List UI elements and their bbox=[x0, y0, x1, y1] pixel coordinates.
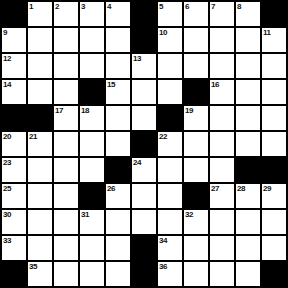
cell-r7c6[interactable] bbox=[158, 184, 182, 208]
cell-r9c2[interactable] bbox=[54, 236, 78, 260]
clue-number-23: 23 bbox=[3, 158, 11, 168]
cell-r5c7[interactable] bbox=[184, 132, 208, 156]
cell-r2c6[interactable] bbox=[158, 54, 182, 78]
cell-r3c8[interactable]: 16 bbox=[210, 80, 234, 104]
cell-r8c5[interactable] bbox=[132, 210, 156, 234]
cell-r9c7[interactable] bbox=[184, 236, 208, 260]
clue-number-3: 3 bbox=[81, 2, 85, 12]
block-r5c5 bbox=[132, 132, 156, 156]
clue-number-28: 28 bbox=[237, 184, 245, 194]
cell-r9c3[interactable] bbox=[80, 236, 104, 260]
cell-r3c1[interactable] bbox=[28, 80, 52, 104]
block-r9c5 bbox=[132, 236, 156, 260]
cell-r9c6[interactable]: 34 bbox=[158, 236, 182, 260]
cell-r8c3[interactable]: 31 bbox=[80, 210, 104, 234]
cell-r5c9[interactable] bbox=[236, 132, 260, 156]
cell-r5c4[interactable] bbox=[106, 132, 130, 156]
clue-number-9: 9 bbox=[3, 28, 7, 38]
cell-r9c8[interactable] bbox=[210, 236, 234, 260]
block-r0c10 bbox=[262, 2, 286, 26]
clue-number-26: 26 bbox=[107, 184, 115, 194]
block-r6c9 bbox=[236, 158, 260, 182]
cell-r4c4[interactable] bbox=[106, 106, 130, 130]
block-r3c3 bbox=[80, 80, 104, 104]
clue-number-32: 32 bbox=[185, 210, 193, 220]
cell-r0c6[interactable]: 5 bbox=[158, 2, 182, 26]
cell-r3c5[interactable] bbox=[132, 80, 156, 104]
cell-r0c2[interactable]: 2 bbox=[54, 2, 78, 26]
cell-r6c2[interactable] bbox=[54, 158, 78, 182]
block-r3c7 bbox=[184, 80, 208, 104]
clue-number-8: 8 bbox=[237, 2, 241, 12]
block-r6c4 bbox=[106, 158, 130, 182]
clue-number-11: 11 bbox=[263, 28, 270, 38]
block-r4c1 bbox=[28, 106, 52, 130]
crossword-board: 1234567891011121314151617181920212223242… bbox=[0, 0, 288, 288]
cell-r8c9[interactable] bbox=[236, 210, 260, 234]
cell-r7c4[interactable]: 26 bbox=[106, 184, 130, 208]
cell-r8c1[interactable] bbox=[28, 210, 52, 234]
cell-r2c2[interactable] bbox=[54, 54, 78, 78]
cell-r1c4[interactable] bbox=[106, 28, 130, 52]
block-r4c6 bbox=[158, 106, 182, 130]
cell-r6c8[interactable] bbox=[210, 158, 234, 182]
block-r4c0 bbox=[2, 106, 26, 130]
cell-r10c1[interactable]: 35 bbox=[28, 262, 52, 286]
cell-r5c1[interactable]: 21 bbox=[28, 132, 52, 156]
clue-number-31: 31 bbox=[81, 210, 89, 220]
clue-number-13: 13 bbox=[133, 54, 141, 64]
cell-r4c2[interactable]: 17 bbox=[54, 106, 78, 130]
cell-r10c9[interactable] bbox=[236, 262, 260, 286]
cell-r6c3[interactable] bbox=[80, 158, 104, 182]
clue-number-1: 1 bbox=[29, 2, 33, 12]
cell-r7c10[interactable]: 29 bbox=[262, 184, 286, 208]
cell-r2c4[interactable] bbox=[106, 54, 130, 78]
clue-number-36: 36 bbox=[159, 262, 167, 272]
clue-number-21: 21 bbox=[29, 132, 37, 142]
clue-number-2: 2 bbox=[55, 2, 59, 12]
block-r0c0 bbox=[2, 2, 26, 26]
cell-r9c9[interactable] bbox=[236, 236, 260, 260]
clue-number-20: 20 bbox=[3, 132, 11, 142]
cell-r5c0[interactable]: 20 bbox=[2, 132, 26, 156]
block-r10c5 bbox=[132, 262, 156, 286]
cell-r2c3[interactable] bbox=[80, 54, 104, 78]
cell-r7c2[interactable] bbox=[54, 184, 78, 208]
cell-r2c9[interactable] bbox=[236, 54, 260, 78]
cell-r4c3[interactable]: 18 bbox=[80, 106, 104, 130]
cell-r7c0[interactable]: 25 bbox=[2, 184, 26, 208]
cell-r1c9[interactable] bbox=[236, 28, 260, 52]
cell-r9c1[interactable] bbox=[28, 236, 52, 260]
cell-r3c10[interactable] bbox=[262, 80, 286, 104]
block-r10c10 bbox=[262, 262, 286, 286]
cell-r4c8[interactable] bbox=[210, 106, 234, 130]
cell-r0c8[interactable]: 7 bbox=[210, 2, 234, 26]
cell-r2c8[interactable] bbox=[210, 54, 234, 78]
cell-r0c9[interactable]: 8 bbox=[236, 2, 260, 26]
clue-number-5: 5 bbox=[159, 2, 163, 12]
clue-number-6: 6 bbox=[185, 2, 189, 12]
cell-r1c8[interactable] bbox=[210, 28, 234, 52]
clue-number-16: 16 bbox=[211, 80, 219, 90]
clue-number-25: 25 bbox=[3, 184, 11, 194]
cell-r3c9[interactable] bbox=[236, 80, 260, 104]
cell-r7c1[interactable] bbox=[28, 184, 52, 208]
clue-number-19: 19 bbox=[185, 106, 193, 116]
cell-r10c7[interactable] bbox=[184, 262, 208, 286]
clue-number-14: 14 bbox=[3, 80, 11, 90]
clue-number-33: 33 bbox=[3, 236, 11, 246]
cell-r1c2[interactable] bbox=[54, 28, 78, 52]
cell-r7c5[interactable] bbox=[132, 184, 156, 208]
cell-r2c10[interactable] bbox=[262, 54, 286, 78]
block-r7c7 bbox=[184, 184, 208, 208]
block-r0c5 bbox=[132, 2, 156, 26]
cell-r3c0[interactable]: 14 bbox=[2, 80, 26, 104]
cell-r4c10[interactable] bbox=[262, 106, 286, 130]
cell-r6c5[interactable]: 24 bbox=[132, 158, 156, 182]
cell-r2c5[interactable]: 13 bbox=[132, 54, 156, 78]
cell-r9c4[interactable] bbox=[106, 236, 130, 260]
clue-number-15: 15 bbox=[107, 80, 115, 90]
cell-r2c0[interactable]: 12 bbox=[2, 54, 26, 78]
cell-r2c1[interactable] bbox=[28, 54, 52, 78]
cell-r1c3[interactable] bbox=[80, 28, 104, 52]
cell-r5c2[interactable] bbox=[54, 132, 78, 156]
clue-number-24: 24 bbox=[133, 158, 141, 168]
cell-r5c8[interactable] bbox=[210, 132, 234, 156]
clue-number-27: 27 bbox=[211, 184, 219, 194]
clue-number-10: 10 bbox=[159, 28, 167, 38]
cell-r1c10[interactable]: 11 bbox=[262, 28, 286, 52]
block-r1c5 bbox=[132, 28, 156, 52]
cell-r4c5[interactable] bbox=[132, 106, 156, 130]
cell-r4c9[interactable] bbox=[236, 106, 260, 130]
cell-r8c8[interactable] bbox=[210, 210, 234, 234]
clue-number-18: 18 bbox=[81, 106, 89, 116]
cell-r7c8[interactable]: 27 bbox=[210, 184, 234, 208]
cell-r7c9[interactable]: 28 bbox=[236, 184, 260, 208]
cell-r2c7[interactable] bbox=[184, 54, 208, 78]
cell-r3c2[interactable] bbox=[54, 80, 78, 104]
cell-r10c4[interactable] bbox=[106, 262, 130, 286]
cell-r5c10[interactable] bbox=[262, 132, 286, 156]
cell-r8c0[interactable]: 30 bbox=[2, 210, 26, 234]
clue-number-35: 35 bbox=[29, 262, 37, 272]
cell-r0c3[interactable]: 3 bbox=[80, 2, 104, 26]
block-r6c10 bbox=[262, 158, 286, 182]
cell-r8c6[interactable] bbox=[158, 210, 182, 234]
clue-number-22: 22 bbox=[159, 132, 167, 142]
cell-r8c7[interactable]: 32 bbox=[184, 210, 208, 234]
cell-r10c6[interactable]: 36 bbox=[158, 262, 182, 286]
cell-r9c0[interactable]: 33 bbox=[2, 236, 26, 260]
clue-number-12: 12 bbox=[3, 54, 11, 64]
cell-r3c6[interactable] bbox=[158, 80, 182, 104]
cell-r6c1[interactable] bbox=[28, 158, 52, 182]
clue-number-34: 34 bbox=[159, 236, 167, 246]
cell-r1c6[interactable]: 10 bbox=[158, 28, 182, 52]
cell-r0c4[interactable]: 4 bbox=[106, 2, 130, 26]
clue-number-30: 30 bbox=[3, 210, 11, 220]
cell-r0c7[interactable]: 6 bbox=[184, 2, 208, 26]
cell-r6c7[interactable] bbox=[184, 158, 208, 182]
cell-r6c6[interactable] bbox=[158, 158, 182, 182]
cell-r10c8[interactable] bbox=[210, 262, 234, 286]
block-r10c0 bbox=[2, 262, 26, 286]
cell-r0c1[interactable]: 1 bbox=[28, 2, 52, 26]
cell-r1c7[interactable] bbox=[184, 28, 208, 52]
clue-number-4: 4 bbox=[107, 2, 111, 12]
cell-r5c3[interactable] bbox=[80, 132, 104, 156]
clue-number-17: 17 bbox=[55, 106, 63, 116]
cell-r9c10[interactable] bbox=[262, 236, 286, 260]
block-r7c3 bbox=[80, 184, 104, 208]
cell-r10c2[interactable] bbox=[54, 262, 78, 286]
cell-r5c6[interactable]: 22 bbox=[158, 132, 182, 156]
cell-r6c0[interactable]: 23 bbox=[2, 158, 26, 182]
cell-r8c10[interactable] bbox=[262, 210, 286, 234]
cell-r1c1[interactable] bbox=[28, 28, 52, 52]
clue-number-7: 7 bbox=[211, 2, 215, 12]
cell-r3c4[interactable]: 15 bbox=[106, 80, 130, 104]
cell-r1c0[interactable]: 9 bbox=[2, 28, 26, 52]
clue-number-29: 29 bbox=[263, 184, 271, 194]
cell-r8c4[interactable] bbox=[106, 210, 130, 234]
cell-r4c7[interactable]: 19 bbox=[184, 106, 208, 130]
cell-r10c3[interactable] bbox=[80, 262, 104, 286]
cell-r8c2[interactable] bbox=[54, 210, 78, 234]
